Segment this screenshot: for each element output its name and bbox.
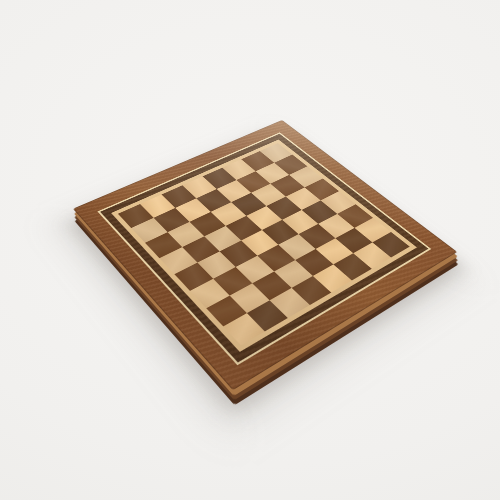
chessboard-scene bbox=[118, 86, 406, 374]
chessboard bbox=[73, 120, 457, 390]
photo-background bbox=[0, 0, 500, 500]
perspective-container bbox=[118, 86, 406, 374]
